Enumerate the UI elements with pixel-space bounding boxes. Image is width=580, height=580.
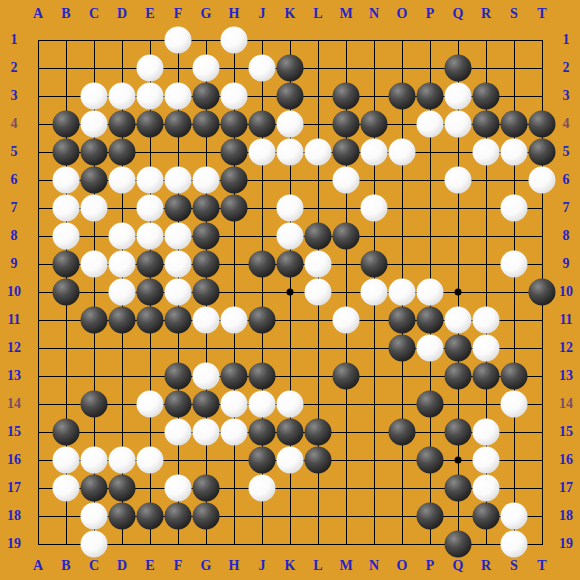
row-label-right: 15 [559, 424, 573, 440]
column-label-top: O [397, 6, 408, 22]
black-stone [81, 475, 108, 502]
white-stone [137, 83, 164, 110]
row-label-right: 19 [559, 536, 573, 552]
white-stone [445, 111, 472, 138]
column-label-top: K [285, 6, 296, 22]
black-stone [109, 503, 136, 530]
black-stone [417, 447, 444, 474]
column-label-bottom: D [117, 558, 127, 574]
column-label-top: M [339, 6, 352, 22]
white-stone [137, 167, 164, 194]
white-stone [81, 195, 108, 222]
white-stone [277, 447, 304, 474]
black-stone [501, 363, 528, 390]
black-stone [165, 195, 192, 222]
white-stone [473, 307, 500, 334]
black-stone [445, 363, 472, 390]
white-stone [221, 83, 248, 110]
row-label-right: 18 [559, 508, 573, 524]
black-stone [193, 251, 220, 278]
black-stone [221, 111, 248, 138]
black-stone [333, 83, 360, 110]
white-stone [137, 391, 164, 418]
column-label-bottom: A [33, 558, 43, 574]
black-stone [277, 251, 304, 278]
white-stone [81, 503, 108, 530]
hoshi-point [455, 289, 462, 296]
white-stone [473, 419, 500, 446]
white-stone [277, 391, 304, 418]
black-stone [165, 391, 192, 418]
white-stone [529, 167, 556, 194]
row-label-right: 1 [563, 32, 570, 48]
row-label-left: 13 [7, 368, 21, 384]
column-label-top: Q [453, 6, 464, 22]
white-stone [53, 447, 80, 474]
black-stone [277, 83, 304, 110]
white-stone [53, 223, 80, 250]
black-stone [389, 307, 416, 334]
black-stone [137, 279, 164, 306]
black-stone [249, 251, 276, 278]
white-stone [501, 251, 528, 278]
row-label-left: 2 [11, 60, 18, 76]
black-stone [193, 111, 220, 138]
white-stone [417, 279, 444, 306]
row-label-left: 7 [11, 200, 18, 216]
column-label-bottom: O [397, 558, 408, 574]
white-stone [165, 167, 192, 194]
black-stone [445, 475, 472, 502]
row-label-right: 13 [559, 368, 573, 384]
column-label-top: P [426, 6, 435, 22]
white-stone [277, 223, 304, 250]
white-stone [305, 251, 332, 278]
white-stone [109, 447, 136, 474]
row-label-right: 16 [559, 452, 573, 468]
column-label-top: R [481, 6, 491, 22]
white-stone [165, 83, 192, 110]
column-label-top: A [33, 6, 43, 22]
black-stone [221, 139, 248, 166]
black-stone [473, 83, 500, 110]
black-stone [305, 447, 332, 474]
white-stone [445, 167, 472, 194]
black-stone [305, 419, 332, 446]
black-stone [473, 503, 500, 530]
black-stone [81, 307, 108, 334]
white-stone [81, 447, 108, 474]
black-stone [529, 111, 556, 138]
row-label-left: 5 [11, 144, 18, 160]
column-label-top: L [313, 6, 322, 22]
white-stone [221, 391, 248, 418]
row-label-left: 1 [11, 32, 18, 48]
row-label-left: 14 [7, 396, 21, 412]
white-stone [277, 139, 304, 166]
white-stone [193, 167, 220, 194]
black-stone [137, 111, 164, 138]
black-stone [333, 111, 360, 138]
row-label-right: 9 [563, 256, 570, 272]
column-label-bottom: G [201, 558, 212, 574]
column-label-top: S [510, 6, 518, 22]
row-label-right: 8 [563, 228, 570, 244]
black-stone [529, 279, 556, 306]
column-label-top: N [369, 6, 379, 22]
white-stone [109, 223, 136, 250]
white-stone [165, 251, 192, 278]
column-label-bottom: S [510, 558, 518, 574]
black-stone [249, 447, 276, 474]
black-stone [361, 111, 388, 138]
column-label-bottom: J [259, 558, 266, 574]
black-stone [333, 363, 360, 390]
row-label-right: 6 [563, 172, 570, 188]
white-stone [81, 83, 108, 110]
black-stone [53, 279, 80, 306]
white-stone [249, 139, 276, 166]
hoshi-point [455, 457, 462, 464]
black-stone [165, 111, 192, 138]
hoshi-point [287, 289, 294, 296]
white-stone [249, 391, 276, 418]
go-board[interactable]: AABBCCDDEEFFGGHHJJKKLLMMNNOOPPQQRRSSTT11… [0, 0, 580, 580]
white-stone [305, 139, 332, 166]
black-stone [305, 223, 332, 250]
white-stone [193, 55, 220, 82]
black-stone [193, 475, 220, 502]
white-stone [81, 531, 108, 558]
column-label-top: H [229, 6, 240, 22]
black-stone [193, 195, 220, 222]
row-label-right: 5 [563, 144, 570, 160]
black-stone [249, 419, 276, 446]
white-stone [501, 531, 528, 558]
black-stone [333, 223, 360, 250]
column-label-top: B [61, 6, 70, 22]
black-stone [445, 531, 472, 558]
white-stone [137, 195, 164, 222]
row-label-right: 3 [563, 88, 570, 104]
white-stone [165, 419, 192, 446]
row-label-left: 18 [7, 508, 21, 524]
white-stone [277, 195, 304, 222]
row-label-left: 9 [11, 256, 18, 272]
black-stone [389, 335, 416, 362]
white-stone [389, 139, 416, 166]
row-label-right: 14 [559, 396, 573, 412]
column-label-bottom: N [369, 558, 379, 574]
column-label-bottom: T [537, 558, 546, 574]
black-stone [109, 139, 136, 166]
black-stone [137, 307, 164, 334]
black-stone [473, 363, 500, 390]
black-stone [81, 167, 108, 194]
black-stone [277, 55, 304, 82]
white-stone [473, 475, 500, 502]
white-stone [53, 195, 80, 222]
black-stone [249, 111, 276, 138]
column-label-top: C [89, 6, 99, 22]
white-stone [221, 307, 248, 334]
row-label-left: 12 [7, 340, 21, 356]
white-stone [417, 111, 444, 138]
white-stone [109, 279, 136, 306]
black-stone [277, 419, 304, 446]
black-stone [473, 111, 500, 138]
white-stone [81, 251, 108, 278]
white-stone [277, 111, 304, 138]
column-label-top: T [537, 6, 546, 22]
black-stone [417, 503, 444, 530]
white-stone [53, 167, 80, 194]
black-stone [53, 139, 80, 166]
white-stone [473, 447, 500, 474]
white-stone [417, 335, 444, 362]
white-stone [501, 391, 528, 418]
black-stone [249, 363, 276, 390]
black-stone [165, 307, 192, 334]
black-stone [445, 335, 472, 362]
white-stone [361, 279, 388, 306]
black-stone [193, 223, 220, 250]
row-label-right: 17 [559, 480, 573, 496]
black-stone [53, 419, 80, 446]
white-stone [221, 27, 248, 54]
column-label-top: D [117, 6, 127, 22]
white-stone [501, 195, 528, 222]
white-stone [473, 335, 500, 362]
row-label-right: 12 [559, 340, 573, 356]
white-stone [137, 55, 164, 82]
black-stone [501, 111, 528, 138]
black-stone [109, 111, 136, 138]
row-label-left: 10 [7, 284, 21, 300]
row-label-left: 16 [7, 452, 21, 468]
black-stone [389, 83, 416, 110]
black-stone [417, 83, 444, 110]
row-label-left: 4 [11, 116, 18, 132]
column-label-bottom: Q [453, 558, 464, 574]
white-stone [249, 475, 276, 502]
white-stone [165, 279, 192, 306]
column-label-bottom: E [145, 558, 154, 574]
black-stone [193, 391, 220, 418]
white-stone [305, 279, 332, 306]
white-stone [361, 195, 388, 222]
column-label-bottom: K [285, 558, 296, 574]
white-stone [109, 251, 136, 278]
white-stone [53, 475, 80, 502]
black-stone [333, 139, 360, 166]
black-stone [249, 307, 276, 334]
black-stone [193, 83, 220, 110]
white-stone [109, 83, 136, 110]
column-label-bottom: C [89, 558, 99, 574]
column-label-top: E [145, 6, 154, 22]
column-label-bottom: R [481, 558, 491, 574]
black-stone [221, 363, 248, 390]
white-stone [445, 83, 472, 110]
black-stone [445, 55, 472, 82]
row-label-left: 6 [11, 172, 18, 188]
white-stone [193, 363, 220, 390]
black-stone [445, 419, 472, 446]
black-stone [417, 307, 444, 334]
black-stone [81, 139, 108, 166]
black-stone [221, 195, 248, 222]
white-stone [389, 279, 416, 306]
white-stone [501, 503, 528, 530]
column-label-bottom: P [426, 558, 435, 574]
black-stone [221, 167, 248, 194]
white-stone [473, 139, 500, 166]
black-stone [417, 391, 444, 418]
white-stone [193, 307, 220, 334]
white-stone [81, 111, 108, 138]
column-label-top: F [174, 6, 183, 22]
white-stone [333, 167, 360, 194]
white-stone [501, 139, 528, 166]
black-stone [137, 503, 164, 530]
black-stone [53, 251, 80, 278]
row-label-right: 7 [563, 200, 570, 216]
white-stone [221, 419, 248, 446]
black-stone [109, 475, 136, 502]
row-label-left: 3 [11, 88, 18, 104]
white-stone [165, 27, 192, 54]
row-label-right: 11 [559, 312, 572, 328]
row-label-right: 4 [563, 116, 570, 132]
column-label-bottom: H [229, 558, 240, 574]
white-stone [193, 419, 220, 446]
white-stone [109, 167, 136, 194]
column-label-bottom: M [339, 558, 352, 574]
black-stone [165, 363, 192, 390]
white-stone [137, 447, 164, 474]
black-stone [193, 503, 220, 530]
row-label-right: 2 [563, 60, 570, 76]
black-stone [53, 111, 80, 138]
white-stone [333, 307, 360, 334]
white-stone [165, 223, 192, 250]
black-stone [529, 139, 556, 166]
black-stone [165, 503, 192, 530]
column-label-bottom: L [313, 558, 322, 574]
black-stone [193, 279, 220, 306]
column-label-bottom: B [61, 558, 70, 574]
row-label-left: 15 [7, 424, 21, 440]
row-label-left: 17 [7, 480, 21, 496]
black-stone [81, 391, 108, 418]
row-label-right: 10 [559, 284, 573, 300]
black-stone [137, 251, 164, 278]
black-stone [389, 419, 416, 446]
black-stone [109, 307, 136, 334]
black-stone [361, 251, 388, 278]
column-label-top: G [201, 6, 212, 22]
white-stone [361, 139, 388, 166]
row-label-left: 11 [7, 312, 20, 328]
white-stone [137, 223, 164, 250]
white-stone [249, 55, 276, 82]
column-label-top: J [259, 6, 266, 22]
row-label-left: 19 [7, 536, 21, 552]
white-stone [445, 307, 472, 334]
row-label-left: 8 [11, 228, 18, 244]
column-label-bottom: F [174, 558, 183, 574]
white-stone [165, 475, 192, 502]
